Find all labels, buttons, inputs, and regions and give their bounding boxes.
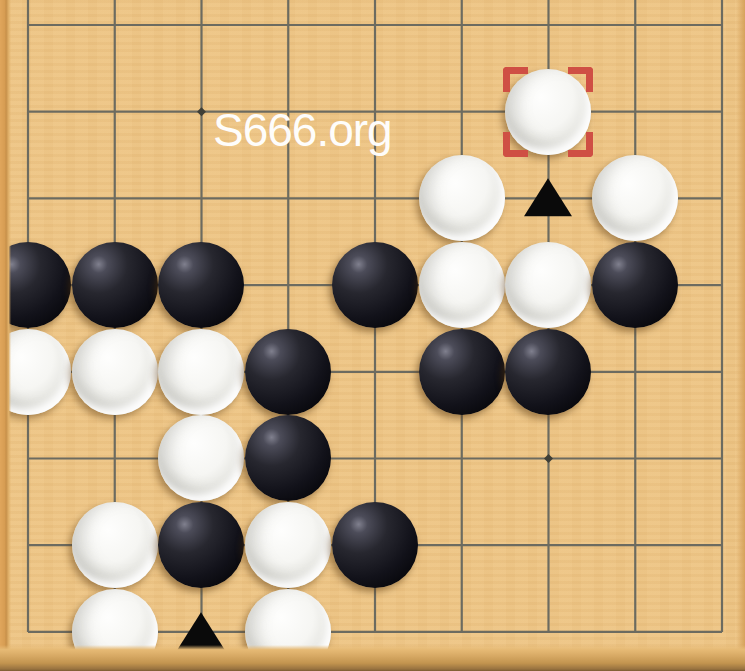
board-point[interactable] [592,0,679,68]
board-point[interactable] [679,0,745,68]
black-stone [419,329,505,415]
board-point[interactable] [158,588,245,671]
board-point[interactable] [679,242,745,329]
board-point[interactable] [679,328,745,415]
board-point[interactable] [592,502,679,589]
board-point[interactable] [418,328,505,415]
white-stone [505,69,591,155]
board-point[interactable] [158,415,245,502]
board-point[interactable] [245,0,332,68]
board-point[interactable] [158,242,245,329]
white-stone [245,502,331,588]
triangle-marker [177,612,225,650]
board-point[interactable] [245,328,332,415]
black-stone [158,242,244,328]
board-point[interactable] [679,155,745,242]
board-point[interactable] [592,415,679,502]
board-point[interactable] [505,588,592,671]
board-point[interactable] [0,328,71,415]
black-stone [245,415,331,501]
black-stone [0,242,71,328]
board-point[interactable] [0,68,71,155]
board-point[interactable] [332,68,419,155]
board-point[interactable] [592,242,679,329]
board-point[interactable] [0,242,71,329]
white-stone [72,329,158,415]
board-point[interactable] [679,68,745,155]
white-stone [72,502,158,588]
black-stone [158,502,244,588]
board-point[interactable] [158,0,245,68]
black-stone [332,502,418,588]
black-stone [505,329,591,415]
board-point[interactable] [71,0,158,68]
board-point[interactable] [71,155,158,242]
board-point[interactable] [158,502,245,589]
board-point[interactable] [245,502,332,589]
white-stone [72,589,158,671]
white-stone [245,589,331,671]
board-point[interactable] [418,588,505,671]
board-point[interactable] [332,155,419,242]
black-stone [332,242,418,328]
board-point[interactable] [505,155,592,242]
board-point[interactable] [332,502,419,589]
board-point[interactable] [332,328,419,415]
white-stone [0,329,71,415]
board-point[interactable] [332,588,419,671]
board-point[interactable] [505,415,592,502]
board-point[interactable] [418,415,505,502]
board-point[interactable] [245,415,332,502]
board-point[interactable] [245,588,332,671]
board-point[interactable] [505,242,592,329]
board-point[interactable] [679,502,745,589]
board-point[interactable] [0,155,71,242]
board-point[interactable] [505,0,592,68]
board-point[interactable] [592,588,679,671]
board-point[interactable] [505,502,592,589]
board-point[interactable] [0,588,71,671]
white-stone [419,242,505,328]
board-point[interactable] [245,68,332,155]
board-point[interactable] [592,68,679,155]
board-point[interactable] [505,328,592,415]
board-point[interactable] [158,155,245,242]
board-point[interactable] [418,0,505,68]
board-point[interactable] [505,68,592,155]
board-point[interactable] [418,155,505,242]
board-point[interactable] [245,155,332,242]
board-point[interactable] [158,328,245,415]
board-point[interactable] [71,68,158,155]
board-point[interactable] [332,415,419,502]
board-point[interactable] [679,588,745,671]
board-point[interactable] [679,415,745,502]
board-point[interactable] [245,242,332,329]
board-point[interactable] [0,502,71,589]
board-point[interactable] [332,242,419,329]
black-stone [72,242,158,328]
board-point[interactable] [332,0,419,68]
go-board: S666.org [0,0,745,671]
board-point[interactable] [418,68,505,155]
white-stone [158,415,244,501]
triangle-marker [524,179,572,217]
white-stone [419,155,505,241]
board-point[interactable] [71,502,158,589]
board-point[interactable] [0,0,71,68]
white-stone [158,329,244,415]
board-point[interactable] [0,415,71,502]
board-point[interactable] [418,502,505,589]
board-point[interactable] [592,155,679,242]
board-point[interactable] [71,328,158,415]
board-point[interactable] [418,242,505,329]
board-point[interactable] [158,68,245,155]
board-point[interactable] [71,415,158,502]
black-stone [245,329,331,415]
black-stone [592,242,678,328]
white-stone [505,242,591,328]
board-grid [0,0,745,671]
white-stone [592,155,678,241]
board-point[interactable] [592,328,679,415]
board-point[interactable] [71,588,158,671]
board-point[interactable] [71,242,158,329]
